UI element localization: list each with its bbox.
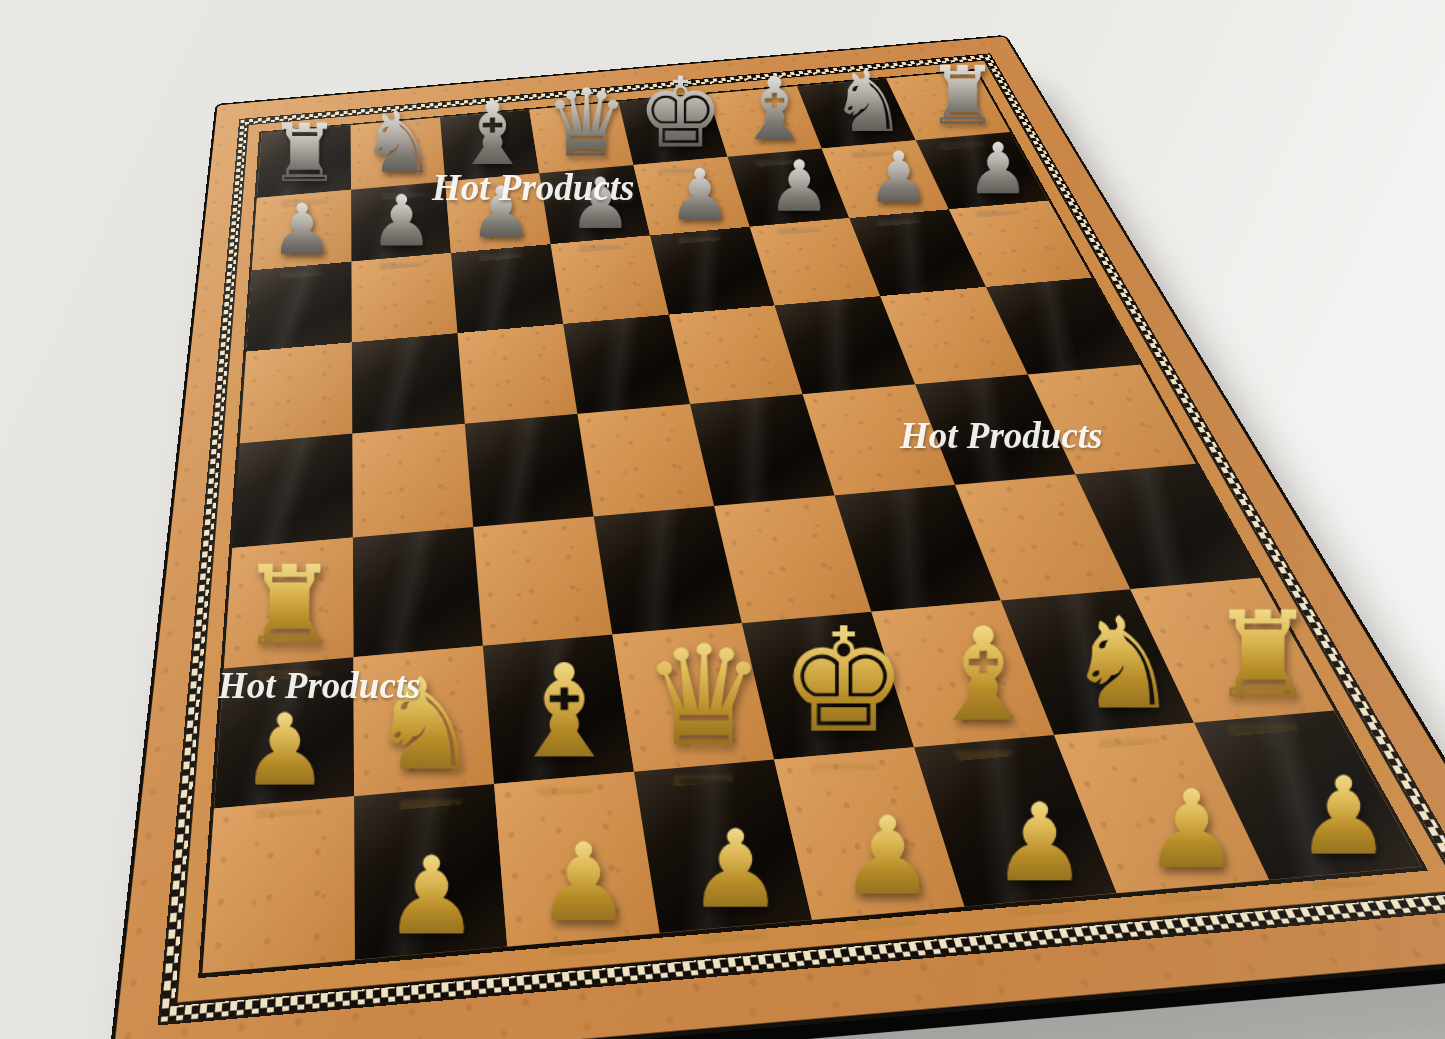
piece-gold-pawn-d1: ♟♟ [687, 819, 784, 922]
piece-gold-rook-a3: ♜♜ [239, 555, 338, 660]
silver-pawn-icon: ♟ [867, 145, 930, 212]
square-a2: ♟♟ [214, 657, 354, 808]
square-c1: ♟♟ [494, 772, 660, 947]
silver-bishop-icon: ♝ [735, 68, 813, 150]
gold-pawn-icon: ♟ [534, 832, 631, 935]
silver-pawn-icon: ♟ [767, 153, 830, 220]
square-a6 [246, 262, 352, 352]
piece-gold-pawn-b1: ♟♟ [382, 846, 479, 949]
square-c3 [473, 516, 612, 645]
square-b4 [352, 424, 473, 538]
silver-pawn-icon: ♟ [966, 136, 1029, 203]
silver-pawn-icon: ♟ [469, 179, 532, 246]
piece-gold-pawn-c1: ♟♟ [534, 832, 631, 935]
piece-silver-rook-h8: ♜♜ [926, 58, 998, 134]
gold-pawn-icon: ♟ [382, 846, 479, 949]
gold-bishop-icon: ♝ [506, 651, 622, 774]
piece-reflection: ♟ [839, 905, 936, 1008]
piece-silver-knight-g8: ♞♞ [830, 62, 906, 143]
silver-bishop-icon: ♝ [453, 93, 531, 175]
square-f4 [803, 384, 955, 495]
piece-reflection: ♟ [1143, 879, 1240, 982]
piece-gold-pawn-h1: ♟♟ [1295, 766, 1392, 869]
piece-gold-rook-h2: ♜♜ [1209, 600, 1316, 713]
square-b5 [352, 333, 465, 433]
gold-king-icon: ♚ [778, 613, 907, 750]
piece-silver-rook-a8: ♜♜ [268, 116, 340, 192]
gold-queen-icon: ♛ [641, 630, 766, 762]
piece-silver-pawn-e7: ♟♟ [668, 162, 731, 229]
scene: ♜♜♞♞♝♝♛♛♚♚♝♝♞♞♜♜♟♟♟♟♟♟♟♟♟♟♟♟♟♟♟♟♜♜♟♟♞♞♝♝… [0, 0, 1445, 1039]
square-a4 [232, 434, 352, 549]
gold-knight-icon: ♞ [367, 666, 480, 786]
square-b2: ♞♞ [353, 646, 494, 796]
square-d8: ♛♛ [529, 102, 633, 173]
piece-silver-pawn-g7: ♟♟ [867, 145, 930, 212]
square-a8: ♜♜ [257, 125, 351, 198]
gold-pawn-icon: ♟ [1143, 779, 1240, 882]
square-a7: ♟♟ [252, 190, 352, 271]
square-b1: ♟♟ [354, 784, 507, 960]
gold-pawn-icon: ♟ [240, 704, 329, 798]
piece-silver-knight-b8: ♞♞ [360, 103, 436, 184]
checkered-inlay-border: ♜♜♞♞♝♝♛♛♚♚♝♝♞♞♜♜♟♟♟♟♟♟♟♟♟♟♟♟♟♟♟♟♜♜♟♟♞♞♝♝… [158, 53, 1445, 1025]
piece-gold-pawn-a2: ♟♟ [240, 704, 329, 798]
gold-rook-icon: ♜ [239, 555, 338, 660]
square-d4 [577, 404, 714, 516]
square-c6 [451, 244, 563, 333]
piece-silver-pawn-b7: ♟♟ [369, 188, 432, 255]
square-d7: ♟♟ [539, 165, 650, 244]
piece-silver-bishop-f8: ♝♝ [735, 68, 813, 150]
silver-queen-icon: ♛ [544, 79, 628, 168]
square-c2: ♝♝ [483, 634, 634, 783]
piece-silver-pawn-c7: ♟♟ [469, 179, 532, 246]
piece-silver-pawn-a7: ♟♟ [270, 197, 333, 264]
square-h2: ♜♜ [1130, 578, 1334, 723]
square-a5 [240, 342, 353, 443]
piece-silver-pawn-h7: ♟♟ [966, 136, 1029, 203]
piece-gold-king-e2: ♚♚ [778, 613, 907, 750]
square-d6 [551, 235, 669, 323]
piece-silver-bishop-c8: ♝♝ [453, 93, 531, 175]
piece-reflection: ♟ [687, 919, 784, 1022]
piece-silver-king-e8: ♚♚ [637, 67, 724, 159]
gold-pawn-icon: ♟ [991, 793, 1088, 896]
chess-board: ♜♜♞♞♝♝♛♛♚♚♝♝♞♞♜♜♟♟♟♟♟♟♟♟♟♟♟♟♟♟♟♟♜♜♟♟♞♞♝♝… [111, 36, 1445, 1039]
gold-pawn-icon: ♟ [839, 806, 936, 909]
piece-gold-pawn-g1: ♟♟ [1143, 779, 1240, 882]
perspective-wrapper: ♜♜♞♞♝♝♛♛♚♚♝♝♞♞♜♜♟♟♟♟♟♟♟♟♟♟♟♟♟♟♟♟♜♜♟♟♞♞♝♝… [0, 0, 1445, 1039]
piece-reflection: ♟ [1295, 866, 1392, 969]
square-a3: ♜♜ [224, 538, 353, 669]
square-b8: ♞♞ [351, 117, 445, 189]
square-g5 [880, 287, 1028, 384]
piece-reflection: ♟ [534, 932, 631, 1035]
silver-rook-icon: ♜ [926, 58, 998, 134]
gold-pawn-icon: ♟ [687, 819, 784, 922]
gold-rook-icon: ♜ [1209, 600, 1316, 713]
square-b3 [353, 527, 483, 657]
silver-rook-icon: ♜ [268, 116, 340, 192]
square-h5 [986, 278, 1140, 375]
board-inner-margin: ♜♜♞♞♝♝♛♛♚♚♝♝♞♞♜♜♟♟♟♟♟♟♟♟♟♟♟♟♟♟♟♟♜♜♟♟♞♞♝♝… [174, 60, 1445, 1006]
silver-pawn-icon: ♟ [668, 162, 731, 229]
silver-knight-icon: ♞ [360, 103, 436, 184]
silver-pawn-icon: ♟ [568, 171, 631, 238]
square-c8: ♝♝ [440, 110, 539, 182]
gold-pawn-icon: ♟ [1295, 766, 1392, 869]
piece-silver-pawn-f7: ♟♟ [767, 153, 830, 220]
piece-gold-bishop-c2: ♝♝ [506, 651, 622, 774]
square-c7: ♟♟ [445, 173, 550, 253]
board-maple-frame: ♜♜♞♞♝♝♛♛♚♚♝♝♞♞♜♜♟♟♟♟♟♟♟♟♟♟♟♟♟♟♟♟♜♜♟♟♞♞♝♝… [111, 36, 1445, 1039]
piece-gold-knight-b2: ♞♞ [367, 666, 480, 786]
square-e3 [714, 495, 871, 623]
silver-king-icon: ♚ [637, 67, 724, 159]
piece-reflection: ♟ [991, 892, 1088, 995]
piece-gold-pawn-f1: ♟♟ [991, 793, 1088, 896]
board-grid: ♜♜♞♞♝♝♛♛♚♚♝♝♞♞♜♜♟♟♟♟♟♟♟♟♟♟♟♟♟♟♟♟♜♜♟♟♞♞♝♝… [198, 69, 1428, 978]
silver-knight-icon: ♞ [830, 62, 906, 143]
square-c5 [458, 324, 578, 424]
silver-pawn-icon: ♟ [270, 197, 333, 264]
piece-reflection: ♟ [382, 945, 479, 1039]
silver-pawn-icon: ♟ [369, 188, 432, 255]
piece-silver-queen-d8: ♛♛ [544, 79, 628, 168]
piece-gold-queen-d2: ♛♛ [641, 630, 766, 762]
square-d3 [594, 506, 742, 635]
square-d5 [563, 315, 690, 414]
square-c4 [465, 414, 594, 527]
square-b6 [351, 253, 457, 342]
piece-silver-pawn-d7: ♟♟ [568, 171, 631, 238]
square-a1 [203, 796, 355, 973]
piece-gold-pawn-e1: ♟♟ [839, 806, 936, 909]
square-b7: ♟♟ [351, 181, 451, 261]
